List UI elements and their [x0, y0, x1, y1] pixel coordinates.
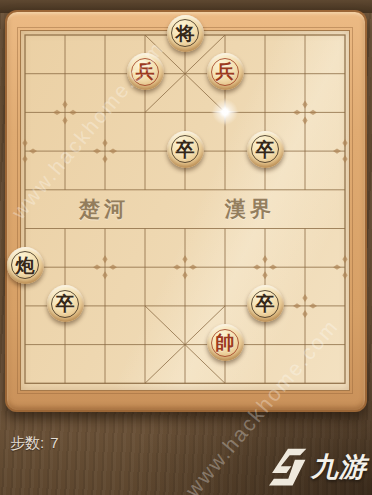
piece-character: 帥	[216, 333, 235, 352]
piece-character: 卒	[56, 294, 75, 313]
step-counter: 步数:7	[10, 434, 59, 453]
piece-character: 卒	[176, 140, 195, 159]
piece-black-soldier[interactable]: 卒	[167, 131, 204, 168]
step-counter-label: 步数:	[10, 434, 44, 451]
9game-logo: 九游	[266, 446, 367, 488]
piece-black-soldier[interactable]: 卒	[247, 285, 284, 322]
piece-black-soldier[interactable]: 卒	[247, 131, 284, 168]
piece-character: 卒	[256, 140, 275, 159]
piece-character: 兵	[136, 62, 155, 81]
piece-character: 炮	[16, 256, 35, 275]
piece-black-soldier[interactable]: 卒	[47, 285, 84, 322]
piece-character: 兵	[216, 62, 235, 81]
piece-black-cannon[interactable]: 炮	[7, 247, 44, 284]
pieces-layer: 将兵兵卒卒炮卒卒帥	[0, 0, 372, 495]
9game-logo-icon	[266, 446, 308, 488]
9game-logo-text: 九游	[311, 449, 367, 485]
piece-character: 将	[176, 24, 195, 43]
game-screen: 楚河 漢界 将兵兵卒卒炮卒卒帥 www.hackhome.com www.hac…	[0, 0, 372, 495]
step-counter-value: 7	[50, 434, 58, 451]
piece-red-soldier[interactable]: 兵	[127, 53, 164, 90]
piece-character: 卒	[256, 294, 275, 313]
piece-red-soldier[interactable]: 兵	[207, 53, 244, 90]
piece-black-general[interactable]: 将	[167, 15, 204, 52]
piece-red-general[interactable]: 帥	[207, 324, 244, 361]
